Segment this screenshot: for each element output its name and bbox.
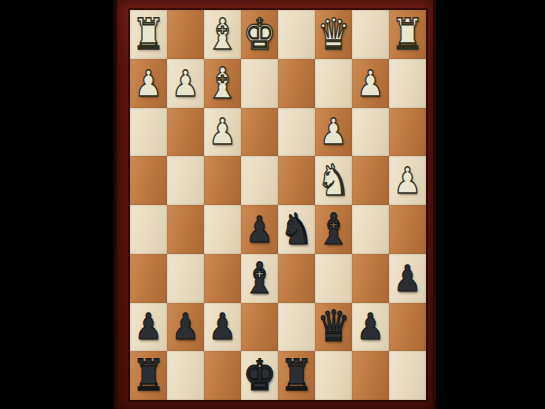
square-f5[interactable] bbox=[204, 205, 241, 254]
square-g2[interactable]: ♟ bbox=[167, 59, 204, 108]
black-pawn-e5[interactable]: ♟ bbox=[246, 211, 274, 247]
square-d6[interactable] bbox=[278, 254, 315, 303]
white-knight-c4[interactable]: ♞ bbox=[317, 159, 350, 202]
black-rook-d8[interactable]: ♜ bbox=[280, 354, 313, 397]
white-pawn-b2[interactable]: ♟ bbox=[357, 65, 385, 101]
square-c5[interactable]: ♝ bbox=[315, 205, 352, 254]
square-d5[interactable]: ♞ bbox=[278, 205, 315, 254]
square-d1[interactable] bbox=[278, 10, 315, 59]
black-bishop-e6[interactable]: ♝ bbox=[243, 257, 276, 300]
square-a3[interactable] bbox=[389, 108, 426, 157]
black-queen-c7[interactable]: ♛ bbox=[317, 305, 350, 348]
black-pawn-f7[interactable]: ♟ bbox=[209, 309, 237, 345]
square-c8[interactable] bbox=[315, 351, 352, 400]
square-e6[interactable]: ♝ bbox=[241, 254, 278, 303]
square-b4[interactable] bbox=[352, 156, 389, 205]
square-a4[interactable]: ♟ bbox=[389, 156, 426, 205]
square-h3[interactable] bbox=[130, 108, 167, 157]
white-pawn-g2[interactable]: ♟ bbox=[172, 65, 200, 101]
square-f6[interactable] bbox=[204, 254, 241, 303]
white-pawn-a4[interactable]: ♟ bbox=[394, 163, 422, 199]
square-h8[interactable]: ♜ bbox=[130, 351, 167, 400]
black-rook-h8[interactable]: ♜ bbox=[132, 354, 165, 397]
square-e2[interactable] bbox=[241, 59, 278, 108]
black-king-e8[interactable]: ♚ bbox=[243, 354, 276, 397]
white-pawn-f3[interactable]: ♟ bbox=[209, 114, 237, 150]
square-c7[interactable]: ♛ bbox=[315, 303, 352, 352]
black-bishop-c5[interactable]: ♝ bbox=[317, 208, 350, 251]
black-pawn-g7[interactable]: ♟ bbox=[172, 309, 200, 345]
black-pawn-b7[interactable]: ♟ bbox=[357, 309, 385, 345]
square-a2[interactable] bbox=[389, 59, 426, 108]
square-b1[interactable] bbox=[352, 10, 389, 59]
square-b8[interactable] bbox=[352, 351, 389, 400]
black-knight-d5[interactable]: ♞ bbox=[280, 208, 313, 251]
square-d8[interactable]: ♜ bbox=[278, 351, 315, 400]
square-f7[interactable]: ♟ bbox=[204, 303, 241, 352]
square-b2[interactable]: ♟ bbox=[352, 59, 389, 108]
square-c2[interactable] bbox=[315, 59, 352, 108]
square-c3[interactable]: ♟ bbox=[315, 108, 352, 157]
square-c4[interactable]: ♞ bbox=[315, 156, 352, 205]
square-f3[interactable]: ♟ bbox=[204, 108, 241, 157]
square-a7[interactable] bbox=[389, 303, 426, 352]
square-d2[interactable] bbox=[278, 59, 315, 108]
square-g1[interactable] bbox=[167, 10, 204, 59]
white-queen-c1[interactable]: ♛ bbox=[317, 13, 350, 56]
square-a6[interactable]: ♟ bbox=[389, 254, 426, 303]
white-bishop-f2[interactable]: ♝ bbox=[206, 62, 239, 105]
square-g7[interactable]: ♟ bbox=[167, 303, 204, 352]
square-e1[interactable]: ♚ bbox=[241, 10, 278, 59]
square-h6[interactable] bbox=[130, 254, 167, 303]
square-e8[interactable]: ♚ bbox=[241, 351, 278, 400]
square-c1[interactable]: ♛ bbox=[315, 10, 352, 59]
square-e7[interactable] bbox=[241, 303, 278, 352]
black-pawn-a6[interactable]: ♟ bbox=[394, 260, 422, 296]
square-h4[interactable] bbox=[130, 156, 167, 205]
white-rook-a1[interactable]: ♜ bbox=[391, 13, 424, 56]
square-e3[interactable] bbox=[241, 108, 278, 157]
black-pawn-h7[interactable]: ♟ bbox=[135, 309, 163, 345]
white-king-e1[interactable]: ♚ bbox=[243, 13, 276, 56]
square-d7[interactable] bbox=[278, 303, 315, 352]
square-d3[interactable] bbox=[278, 108, 315, 157]
chess-board[interactable]: ♜♝♚♛♜♟♟♝♟♟♟♞♟♟♞♝♝♟♟♟♟♛♟♜♚♜ bbox=[130, 10, 426, 400]
square-b3[interactable] bbox=[352, 108, 389, 157]
square-a5[interactable] bbox=[389, 205, 426, 254]
white-bishop-f1[interactable]: ♝ bbox=[206, 13, 239, 56]
square-f4[interactable] bbox=[204, 156, 241, 205]
square-e4[interactable] bbox=[241, 156, 278, 205]
square-a8[interactable] bbox=[389, 351, 426, 400]
board-frame: ♜♝♚♛♜♟♟♝♟♟♟♞♟♟♞♝♝♟♟♟♟♛♟♜♚♜ bbox=[114, 0, 436, 409]
white-rook-h1[interactable]: ♜ bbox=[132, 13, 165, 56]
square-f8[interactable] bbox=[204, 351, 241, 400]
white-pawn-c3[interactable]: ♟ bbox=[320, 114, 348, 150]
square-a1[interactable]: ♜ bbox=[389, 10, 426, 59]
square-d4[interactable] bbox=[278, 156, 315, 205]
square-b5[interactable] bbox=[352, 205, 389, 254]
white-pawn-h2[interactable]: ♟ bbox=[135, 65, 163, 101]
square-g6[interactable] bbox=[167, 254, 204, 303]
square-c6[interactable] bbox=[315, 254, 352, 303]
square-f2[interactable]: ♝ bbox=[204, 59, 241, 108]
square-g8[interactable] bbox=[167, 351, 204, 400]
square-h1[interactable]: ♜ bbox=[130, 10, 167, 59]
square-g5[interactable] bbox=[167, 205, 204, 254]
square-b6[interactable] bbox=[352, 254, 389, 303]
square-h5[interactable] bbox=[130, 205, 167, 254]
square-b7[interactable]: ♟ bbox=[352, 303, 389, 352]
square-h7[interactable]: ♟ bbox=[130, 303, 167, 352]
square-f1[interactable]: ♝ bbox=[204, 10, 241, 59]
square-g3[interactable] bbox=[167, 108, 204, 157]
square-h2[interactable]: ♟ bbox=[130, 59, 167, 108]
square-e5[interactable]: ♟ bbox=[241, 205, 278, 254]
square-g4[interactable] bbox=[167, 156, 204, 205]
